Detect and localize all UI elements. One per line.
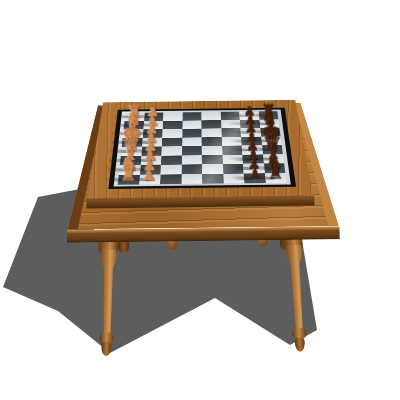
board-frame: ♜♟♟♜♞♟♟♞♝♟♟♝♚♟♟♚♛♟♟♛♝♟♟♝♞♟♟♞♜♟♟♜ xyxy=(108,108,296,189)
square-a4[interactable] xyxy=(181,174,202,184)
black-rook[interactable]: ♜ xyxy=(267,164,284,181)
table-leg-front-left xyxy=(94,235,121,358)
square-h3[interactable] xyxy=(163,112,182,120)
white-pawn[interactable]: ♟ xyxy=(143,169,156,182)
square-b6[interactable] xyxy=(222,164,243,174)
leg-turned-shaft xyxy=(95,249,121,336)
square-f5[interactable] xyxy=(201,128,221,137)
square-a5[interactable] xyxy=(202,174,223,184)
black-pawn[interactable]: ♟ xyxy=(248,168,261,181)
chess-table: ♜♟♟♜♞♟♟♞♝♟♟♝♚♟♟♚♛♟♟♛♝♟♟♝♞♟♟♞♜♟♟♜ xyxy=(0,0,400,400)
leg-turned-shaft xyxy=(281,244,310,331)
square-e4[interactable] xyxy=(182,137,202,146)
square-e3[interactable] xyxy=(162,137,182,146)
leg-foot xyxy=(101,342,111,356)
square-d4[interactable] xyxy=(182,146,202,155)
board-margin: ♜♟♟♜♞♟♟♞♝♟♟♝♚♟♟♚♛♟♟♛♝♟♟♝♞♟♟♞♜♟♟♜ xyxy=(114,110,291,187)
square-g4[interactable] xyxy=(182,120,201,129)
white-rook[interactable]: ♜ xyxy=(120,166,137,183)
board-grid: ♜♟♟♜♞♟♟♞♝♟♟♝♚♟♟♚♛♟♟♛♝♟♟♝♞♟♟♞♜♟♟♜ xyxy=(118,111,287,185)
table-leg-front-right xyxy=(281,230,313,353)
square-e5[interactable] xyxy=(202,137,222,146)
chess-board: ♜♟♟♜♞♟♟♞♝♟♟♝♚♟♟♚♛♟♟♛♝♟♟♝♞♟♟♞♜♟♟♜ xyxy=(108,108,296,189)
square-g3[interactable] xyxy=(163,120,183,129)
square-g5[interactable] xyxy=(201,120,221,129)
square-d3[interactable] xyxy=(161,146,181,155)
square-c3[interactable] xyxy=(161,155,182,165)
square-e6[interactable] xyxy=(221,137,241,146)
square-c4[interactable] xyxy=(181,155,202,165)
square-h4[interactable] xyxy=(182,112,201,120)
square-b4[interactable] xyxy=(181,164,202,174)
square-a8[interactable]: ♜ xyxy=(265,173,287,183)
square-f3[interactable] xyxy=(162,129,182,138)
square-h5[interactable] xyxy=(201,112,220,120)
square-a2[interactable]: ♟ xyxy=(139,174,161,184)
leg-foot xyxy=(294,337,305,352)
square-b5[interactable] xyxy=(202,164,223,174)
square-d5[interactable] xyxy=(202,146,222,155)
square-b3[interactable] xyxy=(160,165,181,175)
square-a3[interactable] xyxy=(160,174,181,184)
square-a1[interactable]: ♜ xyxy=(118,175,140,185)
square-f4[interactable] xyxy=(182,129,202,138)
square-c5[interactable] xyxy=(202,155,223,165)
